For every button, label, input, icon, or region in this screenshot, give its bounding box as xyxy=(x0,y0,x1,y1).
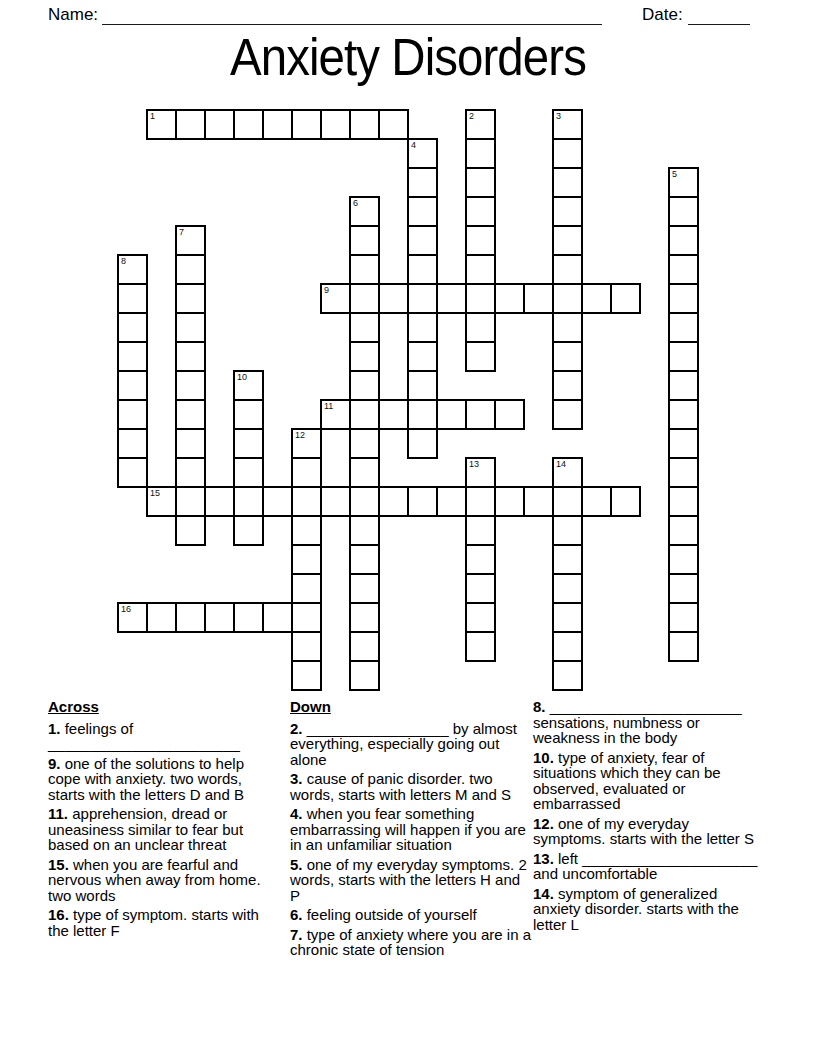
grid-cell-r19c15[interactable] xyxy=(552,660,583,691)
grid-cell-r13c8[interactable] xyxy=(349,486,380,517)
clue-number-label: 8. xyxy=(533,698,546,715)
grid-cell-r0c1[interactable]: 1 xyxy=(146,109,177,140)
clue-number: 15 xyxy=(150,488,160,499)
grid-cell-r1c10[interactable]: 4 xyxy=(407,138,438,169)
grid-cell-r0c2[interactable] xyxy=(175,109,206,140)
clue-text: symptom of generalized anxiety disorder.… xyxy=(533,885,739,933)
grid-cell-r8c15[interactable] xyxy=(552,341,583,372)
grid-cell-r6c0[interactable] xyxy=(117,283,148,314)
grid-cell-r17c1[interactable] xyxy=(146,602,177,633)
grid-cell-r4c15[interactable] xyxy=(552,225,583,256)
clue-number: 2 xyxy=(469,111,474,122)
grid-cell-r13c10[interactable] xyxy=(407,486,438,517)
clue-down-8: 8. _______________________ sensations, n… xyxy=(533,699,763,746)
grid-cell-r17c8[interactable] xyxy=(349,602,380,633)
worksheet-page: Name: Date: Anxiety Disorders 1234567891… xyxy=(0,0,816,1056)
grid-cell-r12c15[interactable]: 14 xyxy=(552,457,583,488)
grid-cell-r18c19[interactable] xyxy=(668,631,699,662)
grid-cell-r11c0[interactable] xyxy=(117,428,148,459)
clue-text: one of my everyday symptoms. starts with… xyxy=(533,815,754,848)
clue-text: cause of panic disorder. two words, star… xyxy=(290,770,511,803)
grid-cell-r11c19[interactable] xyxy=(668,428,699,459)
clue-number-label: 7. xyxy=(290,926,303,943)
grid-cell-r6c9[interactable] xyxy=(378,283,409,314)
clue-number-label: 16. xyxy=(48,906,69,923)
grid-cell-r10c4[interactable] xyxy=(233,399,264,430)
grid-cell-r15c8[interactable] xyxy=(349,544,380,575)
clue-text: type of anxiety where you are in a chron… xyxy=(290,926,531,959)
clue-down-13: 13. left _____________________ and uncom… xyxy=(533,851,763,882)
grid-cell-r10c19[interactable] xyxy=(668,399,699,430)
clue-text: feeling outside of yourself xyxy=(303,906,477,923)
clue-text: feelings of _______________________ xyxy=(48,720,240,753)
down-clue-list-2: 8. _______________________ sensations, n… xyxy=(533,699,763,932)
grid-cell-r6c8[interactable] xyxy=(349,283,380,314)
grid-cell-r6c13[interactable] xyxy=(494,283,525,314)
crossword-grid: 12345678910111213141516 xyxy=(117,109,700,692)
clue-number-label: 4. xyxy=(290,805,303,822)
grid-cell-r18c6[interactable] xyxy=(291,631,322,662)
clue-across-9: 9. one of the solutions to help cope wit… xyxy=(48,756,278,803)
clue-text: _______________________ sensations, numb… xyxy=(533,698,742,746)
name-label: Name: xyxy=(48,5,98,25)
grid-cell-r8c19[interactable] xyxy=(668,341,699,372)
clue-number: 16 xyxy=(121,604,131,615)
grid-cell-r14c8[interactable] xyxy=(349,515,380,546)
grid-cell-r13c6[interactable] xyxy=(291,486,322,517)
grid-cell-r13c17[interactable] xyxy=(610,486,641,517)
grid-cell-r6c2[interactable] xyxy=(175,283,206,314)
grid-cell-r0c9[interactable] xyxy=(378,109,409,140)
grid-cell-r16c19[interactable] xyxy=(668,573,699,604)
grid-cell-r7c0[interactable] xyxy=(117,312,148,343)
clue-down-5: 5. one of my everyday symptoms. 2 words,… xyxy=(290,857,532,904)
clue-number: 1 xyxy=(150,111,155,122)
grid-cell-r16c12[interactable] xyxy=(465,573,496,604)
clue-across-15: 15. when you are fearful and nervous whe… xyxy=(48,857,278,904)
grid-cell-r14c2[interactable] xyxy=(175,515,206,546)
grid-cell-r13c13[interactable] xyxy=(494,486,525,517)
grid-cell-r12c8[interactable] xyxy=(349,457,380,488)
grid-cell-r8c12[interactable] xyxy=(465,341,496,372)
grid-cell-r17c12[interactable] xyxy=(465,602,496,633)
grid-cell-r10c0[interactable] xyxy=(117,399,148,430)
clue-number: 13 xyxy=(469,459,479,470)
puzzle-title: Anxiety Disorders xyxy=(29,28,788,87)
grid-cell-r4c10[interactable] xyxy=(407,225,438,256)
clue-number: 4 xyxy=(411,140,416,151)
clue-text: type of anxiety, fear of situations whic… xyxy=(533,749,721,813)
grid-cell-r10c15[interactable] xyxy=(552,399,583,430)
across-clues-column: Across 1. feelings of __________________… xyxy=(48,699,278,942)
grid-cell-r13c7[interactable] xyxy=(320,486,351,517)
grid-cell-r0c5[interactable] xyxy=(262,109,293,140)
grid-cell-r5c12[interactable] xyxy=(465,254,496,285)
down-clues-column-1: Down 2. _________________ by almost ever… xyxy=(290,699,532,962)
grid-cell-r6c17[interactable] xyxy=(610,283,641,314)
grid-cell-r16c15[interactable] xyxy=(552,573,583,604)
grid-cell-r6c16[interactable] xyxy=(581,283,612,314)
grid-cell-r10c8[interactable] xyxy=(349,399,380,430)
grid-cell-r13c14[interactable] xyxy=(523,486,554,517)
clue-text: one of the solutions to help cope with a… xyxy=(48,755,244,803)
down-clue-list-1: 2. _________________ by almost everythin… xyxy=(290,721,532,958)
grid-cell-r13c4[interactable] xyxy=(233,486,264,517)
grid-cell-r7c2[interactable] xyxy=(175,312,206,343)
grid-cell-r14c19[interactable] xyxy=(668,515,699,546)
clue-number: 14 xyxy=(556,459,566,470)
grid-cell-r4c8[interactable] xyxy=(349,225,380,256)
clue-number: 8 xyxy=(121,256,126,267)
clue-number-label: 11. xyxy=(48,805,68,822)
grid-cell-r10c9[interactable] xyxy=(378,399,409,430)
date-label: Date: xyxy=(642,5,683,25)
clue-down-4: 4. when you fear something embarrassing … xyxy=(290,806,532,853)
clue-down-12: 12. one of my everyday symptoms. starts … xyxy=(533,816,763,847)
clue-down-3: 3. cause of panic disorder. two words, s… xyxy=(290,771,532,802)
grid-cell-r13c16[interactable] xyxy=(581,486,612,517)
grid-cell-r4c2[interactable]: 7 xyxy=(175,225,206,256)
grid-cell-r8c8[interactable] xyxy=(349,341,380,372)
clue-number-label: 15. xyxy=(48,856,69,873)
clue-text: one of my everyday symptoms. 2 words, st… xyxy=(290,856,527,904)
clue-number-label: 12. xyxy=(533,815,554,832)
grid-cell-r19c8[interactable] xyxy=(349,660,380,691)
clue-number-label: 9. xyxy=(48,755,61,772)
clue-down-14: 14. symptom of generalized anxiety disor… xyxy=(533,886,763,933)
grid-cell-r10c12[interactable] xyxy=(465,399,496,430)
grid-cell-r18c8[interactable] xyxy=(349,631,380,662)
grid-cell-r6c19[interactable] xyxy=(668,283,699,314)
grid-cell-r3c10[interactable] xyxy=(407,196,438,227)
grid-cell-r11c6[interactable]: 12 xyxy=(291,428,322,459)
clue-down-6: 6. feeling outside of yourself xyxy=(290,907,532,923)
grid-cell-r14c6[interactable] xyxy=(291,515,322,546)
grid-cell-r14c15[interactable] xyxy=(552,515,583,546)
grid-cell-r9c2[interactable] xyxy=(175,370,206,401)
grid-cell-r12c19[interactable] xyxy=(668,457,699,488)
grid-cell-r5c8[interactable] xyxy=(349,254,380,285)
grid-cell-r11c2[interactable] xyxy=(175,428,206,459)
grid-cell-r6c10[interactable] xyxy=(407,283,438,314)
clue-down-2: 2. _________________ by almost everythin… xyxy=(290,721,532,768)
grid-cell-r19c6[interactable] xyxy=(291,660,322,691)
grid-cell-r6c11[interactable] xyxy=(436,283,467,314)
grid-cell-r17c2[interactable] xyxy=(175,602,206,633)
grid-cell-r10c10[interactable] xyxy=(407,399,438,430)
grid-cell-r2c12[interactable] xyxy=(465,167,496,198)
grid-cell-r10c7[interactable]: 11 xyxy=(320,399,351,430)
clue-text: left _____________________ and uncomfort… xyxy=(533,850,757,883)
grid-cell-r7c12[interactable] xyxy=(465,312,496,343)
grid-cell-r13c12[interactable] xyxy=(465,486,496,517)
grid-cell-r6c14[interactable] xyxy=(523,283,554,314)
grid-cell-r16c6[interactable] xyxy=(291,573,322,604)
grid-cell-r3c8[interactable]: 6 xyxy=(349,196,380,227)
clue-number-label: 13. xyxy=(533,850,554,867)
grid-cell-r3c19[interactable] xyxy=(668,196,699,227)
clue-across-16: 16. type of symptom. starts with the let… xyxy=(48,907,278,938)
grid-cell-r17c15[interactable] xyxy=(552,602,583,633)
grid-cell-r17c6[interactable] xyxy=(291,602,322,633)
grid-cell-r8c0[interactable] xyxy=(117,341,148,372)
clue-number: 5 xyxy=(672,169,677,180)
clue-number-label: 5. xyxy=(290,856,303,873)
clue-number-label: 2. xyxy=(290,720,303,737)
grid-cell-r2c19[interactable]: 5 xyxy=(668,167,699,198)
grid-cell-r9c10[interactable] xyxy=(407,370,438,401)
grid-cell-r17c3[interactable] xyxy=(204,602,235,633)
clue-number-label: 3. xyxy=(290,770,303,787)
clue-number: 6 xyxy=(353,198,358,209)
grid-cell-r7c19[interactable] xyxy=(668,312,699,343)
grid-cell-r1c12[interactable] xyxy=(465,138,496,169)
grid-cell-r15c15[interactable] xyxy=(552,544,583,575)
grid-cell-r12c12[interactable]: 13 xyxy=(465,457,496,488)
grid-cell-r10c2[interactable] xyxy=(175,399,206,430)
clue-number-label: 10. xyxy=(533,749,554,766)
across-header: Across xyxy=(48,699,278,715)
grid-cell-r13c2[interactable] xyxy=(175,486,206,517)
grid-cell-r15c6[interactable] xyxy=(291,544,322,575)
clue-number-label: 1. xyxy=(48,720,61,737)
grid-cell-r4c12[interactable] xyxy=(465,225,496,256)
across-clue-list: 1. feelings of _______________________9.… xyxy=(48,721,278,939)
grid-cell-r2c15[interactable] xyxy=(552,167,583,198)
grid-cell-r13c9[interactable] xyxy=(378,486,409,517)
grid-cell-r0c6[interactable] xyxy=(291,109,322,140)
clue-across-11: 11. apprehension, dread or uneasiness si… xyxy=(48,806,278,853)
grid-cell-r13c3[interactable] xyxy=(204,486,235,517)
grid-cell-r5c19[interactable] xyxy=(668,254,699,285)
grid-cell-r13c19[interactable] xyxy=(668,486,699,517)
date-blank-line xyxy=(688,6,750,25)
grid-cell-r3c12[interactable] xyxy=(465,196,496,227)
clue-number-label: 6. xyxy=(290,906,303,923)
grid-cell-r5c2[interactable] xyxy=(175,254,206,285)
grid-cell-r7c10[interactable] xyxy=(407,312,438,343)
clue-text: when you fear something embarrassing wil… xyxy=(290,805,526,853)
grid-cell-r17c5[interactable] xyxy=(262,602,293,633)
grid-cell-r9c19[interactable] xyxy=(668,370,699,401)
name-blank-line xyxy=(102,6,602,25)
clue-number: 7 xyxy=(179,227,184,238)
grid-cell-r6c7[interactable]: 9 xyxy=(320,283,351,314)
grid-cell-r14c4[interactable] xyxy=(233,515,264,546)
grid-cell-r5c10[interactable] xyxy=(407,254,438,285)
grid-cell-r5c15[interactable] xyxy=(552,254,583,285)
clue-number-label: 14. xyxy=(533,885,554,902)
grid-cell-r17c0[interactable]: 16 xyxy=(117,602,148,633)
grid-cell-r0c7[interactable] xyxy=(320,109,351,140)
grid-cell-r0c8[interactable] xyxy=(349,109,380,140)
clue-number: 11 xyxy=(324,401,333,412)
grid-cell-r0c3[interactable] xyxy=(204,109,235,140)
clue-text: when you are fearful and nervous when aw… xyxy=(48,856,261,904)
grid-cell-r10c13[interactable] xyxy=(494,399,525,430)
clue-text: _________________ by almost everything, … xyxy=(290,720,517,768)
grid-cell-r10c11[interactable] xyxy=(436,399,467,430)
grid-cell-r11c8[interactable] xyxy=(349,428,380,459)
clue-number: 3 xyxy=(556,111,561,122)
grid-cell-r0c12[interactable]: 2 xyxy=(465,109,496,140)
grid-cell-r6c15[interactable] xyxy=(552,283,583,314)
grid-cell-r2c10[interactable] xyxy=(407,167,438,198)
grid-cell-r13c11[interactable] xyxy=(436,486,467,517)
grid-cell-r12c4[interactable] xyxy=(233,457,264,488)
clue-number: 10 xyxy=(237,372,247,383)
grid-cell-r7c15[interactable] xyxy=(552,312,583,343)
grid-cell-r13c15[interactable] xyxy=(552,486,583,517)
grid-cell-r15c19[interactable] xyxy=(668,544,699,575)
clue-number: 12 xyxy=(295,430,305,441)
grid-cell-r13c1[interactable]: 15 xyxy=(146,486,177,517)
grid-cell-r0c4[interactable] xyxy=(233,109,264,140)
grid-cell-r12c2[interactable] xyxy=(175,457,206,488)
grid-cell-r13c5[interactable] xyxy=(262,486,293,517)
grid-cell-r16c8[interactable] xyxy=(349,573,380,604)
clue-text: type of symptom. starts with the letter … xyxy=(48,906,259,939)
clue-number: 9 xyxy=(324,285,329,296)
grid-cell-r3c15[interactable] xyxy=(552,196,583,227)
grid-cell-r6c12[interactable] xyxy=(465,283,496,314)
clue-down-10: 10. type of anxiety, fear of situations … xyxy=(533,750,763,812)
grid-cell-r5c0[interactable]: 8 xyxy=(117,254,148,285)
grid-cell-r9c0[interactable] xyxy=(117,370,148,401)
grid-cell-r7c8[interactable] xyxy=(349,312,380,343)
grid-cell-r1c15[interactable] xyxy=(552,138,583,169)
grid-cell-r18c12[interactable] xyxy=(465,631,496,662)
grid-cell-r14c12[interactable] xyxy=(465,515,496,546)
grid-cell-r12c6[interactable] xyxy=(291,457,322,488)
clue-across-1: 1. feelings of _______________________ xyxy=(48,721,278,752)
grid-cell-r8c2[interactable] xyxy=(175,341,206,372)
grid-cell-r17c4[interactable] xyxy=(233,602,264,633)
clue-text: apprehension, dread or uneasiness simila… xyxy=(48,805,243,853)
clue-down-7: 7. type of anxiety where you are in a ch… xyxy=(290,927,532,958)
grid-cell-r11c4[interactable] xyxy=(233,428,264,459)
grid-cell-r11c10[interactable] xyxy=(407,428,438,459)
grid-cell-r9c4[interactable]: 10 xyxy=(233,370,264,401)
down-header: Down xyxy=(290,699,532,715)
grid-cell-r0c15[interactable]: 3 xyxy=(552,109,583,140)
down-clues-column-2: 8. _______________________ sensations, n… xyxy=(533,699,763,936)
grid-cell-r15c12[interactable] xyxy=(465,544,496,575)
grid-cell-r9c15[interactable] xyxy=(552,370,583,401)
grid-cell-r17c19[interactable] xyxy=(668,602,699,633)
grid-cell-r12c0[interactable] xyxy=(117,457,148,488)
grid-cell-r18c15[interactable] xyxy=(552,631,583,662)
grid-cell-r9c8[interactable] xyxy=(349,370,380,401)
grid-cell-r4c19[interactable] xyxy=(668,225,699,256)
grid-cell-r8c10[interactable] xyxy=(407,341,438,372)
